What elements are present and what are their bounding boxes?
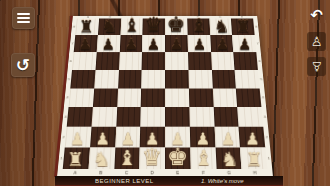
square-h4[interactable] bbox=[236, 88, 261, 107]
play-as-white-button[interactable]: ♙ bbox=[307, 32, 326, 51]
square-g6[interactable] bbox=[211, 52, 235, 70]
white-pawn[interactable]: ♟ bbox=[215, 131, 240, 148]
rank-label: 6 bbox=[256, 52, 262, 70]
square-d7[interactable]: ♟ bbox=[142, 35, 165, 52]
square-g4[interactable] bbox=[212, 88, 237, 107]
black-rook[interactable]: ♜ bbox=[232, 18, 254, 35]
restart-icon: ↺ bbox=[16, 57, 30, 74]
square-d4[interactable] bbox=[141, 88, 165, 107]
white-pawn[interactable]: ♟ bbox=[90, 131, 115, 148]
black-pawn[interactable]: ♟ bbox=[74, 37, 97, 52]
level-label: BEGINNER LEVEL bbox=[95, 178, 154, 184]
white-pawn[interactable]: ♟ bbox=[240, 131, 265, 148]
white-bishop[interactable]: ♝ bbox=[114, 148, 140, 169]
flip-board-button[interactable]: ♙ bbox=[307, 57, 326, 76]
white-pawn[interactable]: ♟ bbox=[190, 131, 215, 148]
square-a2[interactable]: ♟ bbox=[65, 127, 92, 148]
square-h7[interactable]: ♟ bbox=[232, 35, 256, 52]
square-g5[interactable] bbox=[211, 70, 236, 88]
square-h5[interactable] bbox=[235, 70, 260, 88]
square-g3[interactable] bbox=[213, 107, 239, 127]
square-c7[interactable]: ♟ bbox=[119, 35, 142, 52]
square-a8[interactable]: ♜ bbox=[75, 18, 99, 35]
square-g7[interactable]: ♟ bbox=[210, 35, 234, 52]
square-g8[interactable]: ♞ bbox=[209, 18, 232, 35]
restart-button[interactable]: ↺ bbox=[11, 53, 35, 77]
black-pawn[interactable]: ♟ bbox=[97, 37, 120, 52]
black-pawn[interactable]: ♟ bbox=[233, 37, 256, 52]
square-c1[interactable]: ♝ bbox=[114, 148, 140, 169]
status-bar: BEGINNER LEVEL 1. White's move bbox=[55, 176, 283, 186]
square-e5[interactable] bbox=[165, 70, 189, 88]
square-h3[interactable] bbox=[237, 107, 263, 127]
pawn-icon: ♙ bbox=[311, 35, 323, 48]
hamburger-icon bbox=[17, 13, 30, 15]
white-rook[interactable]: ♜ bbox=[63, 150, 89, 169]
square-a1[interactable]: ♜ bbox=[63, 148, 90, 169]
square-b5[interactable] bbox=[94, 70, 119, 88]
white-rook[interactable]: ♜ bbox=[242, 150, 268, 169]
square-f8[interactable]: ♝ bbox=[187, 18, 210, 35]
white-knight[interactable]: ♞ bbox=[88, 149, 114, 169]
rank-label: 5 bbox=[258, 70, 264, 88]
square-f5[interactable] bbox=[188, 70, 212, 88]
square-a7[interactable]: ♟ bbox=[74, 35, 98, 52]
black-king[interactable]: ♚ bbox=[165, 14, 187, 35]
square-c3[interactable] bbox=[116, 107, 141, 127]
square-e4[interactable] bbox=[165, 88, 189, 107]
square-b1[interactable]: ♞ bbox=[88, 148, 115, 169]
square-c6[interactable] bbox=[119, 52, 143, 70]
square-b6[interactable] bbox=[95, 52, 119, 70]
chess-app-screen: ↺ ↶ ♙ ♙ ♜♞♝♛♚♝♞♜♟♟♟♟♟♟♟♟♟♟♟♟♟♟♟♟♜♞♝♛♚♝♞♜… bbox=[0, 0, 330, 186]
square-f6[interactable] bbox=[188, 52, 212, 70]
square-e8[interactable]: ♚ bbox=[165, 18, 187, 35]
square-h1[interactable]: ♜ bbox=[240, 148, 267, 169]
square-d8[interactable]: ♛ bbox=[143, 18, 165, 35]
move-indicator: 1. White's move bbox=[201, 178, 244, 184]
square-e3[interactable] bbox=[165, 107, 190, 127]
square-d3[interactable] bbox=[140, 107, 165, 127]
square-c5[interactable] bbox=[118, 70, 142, 88]
inverted-pawn-icon: ♙ bbox=[311, 60, 323, 73]
black-pawn[interactable]: ♟ bbox=[188, 37, 211, 52]
square-e1[interactable]: ♚ bbox=[165, 148, 191, 169]
black-pawn[interactable]: ♟ bbox=[165, 37, 188, 52]
square-a5[interactable] bbox=[70, 70, 95, 88]
square-g2[interactable]: ♟ bbox=[214, 127, 240, 148]
undo-move-button[interactable]: ↶ bbox=[307, 6, 326, 25]
square-c8[interactable]: ♝ bbox=[120, 18, 143, 35]
black-pawn[interactable]: ♟ bbox=[211, 37, 234, 52]
square-b4[interactable] bbox=[93, 88, 118, 107]
square-b3[interactable] bbox=[91, 107, 117, 127]
black-bishop[interactable]: ♝ bbox=[187, 17, 209, 35]
square-b2[interactable]: ♟ bbox=[90, 127, 116, 148]
square-a4[interactable] bbox=[69, 88, 94, 107]
square-f4[interactable] bbox=[189, 88, 214, 107]
white-queen[interactable]: ♛ bbox=[139, 146, 165, 169]
square-a3[interactable] bbox=[67, 107, 93, 127]
square-e6[interactable] bbox=[165, 52, 188, 70]
white-pawn[interactable]: ♟ bbox=[115, 131, 140, 148]
square-d6[interactable] bbox=[142, 52, 165, 70]
square-f2[interactable]: ♟ bbox=[190, 127, 216, 148]
black-rook[interactable]: ♜ bbox=[75, 18, 97, 35]
square-c2[interactable]: ♟ bbox=[115, 127, 141, 148]
square-f3[interactable] bbox=[189, 107, 214, 127]
square-d5[interactable] bbox=[141, 70, 165, 88]
square-a6[interactable] bbox=[72, 52, 96, 70]
square-b8[interactable]: ♞ bbox=[98, 18, 121, 35]
square-d1[interactable]: ♛ bbox=[139, 148, 165, 169]
square-h8[interactable]: ♜ bbox=[231, 18, 255, 35]
rank-label: 4 bbox=[260, 88, 266, 107]
board-grid: ♜♞♝♛♚♝♞♜♟♟♟♟♟♟♟♟♟♟♟♟♟♟♟♟♜♞♝♛♚♝♞♜ bbox=[63, 18, 268, 169]
square-b7[interactable]: ♟ bbox=[97, 35, 121, 52]
chess-board: ♜♞♝♛♚♝♞♜♟♟♟♟♟♟♟♟♟♟♟♟♟♟♟♟♜♞♝♛♚♝♞♜ ABCDEFG… bbox=[57, 16, 273, 177]
white-bishop[interactable]: ♝ bbox=[191, 148, 217, 169]
black-knight[interactable]: ♞ bbox=[98, 18, 120, 35]
square-c4[interactable] bbox=[117, 88, 142, 107]
black-knight[interactable]: ♞ bbox=[210, 18, 232, 35]
black-pawn[interactable]: ♟ bbox=[119, 37, 142, 52]
menu-button[interactable] bbox=[12, 7, 35, 29]
square-f1[interactable]: ♝ bbox=[190, 148, 216, 169]
black-queen[interactable]: ♛ bbox=[143, 15, 165, 35]
undo-arrow-icon: ↶ bbox=[310, 8, 323, 23]
white-pawn[interactable]: ♟ bbox=[65, 131, 90, 148]
square-h2[interactable]: ♟ bbox=[239, 127, 266, 148]
white-knight[interactable]: ♞ bbox=[216, 149, 242, 169]
black-bishop[interactable]: ♝ bbox=[120, 17, 142, 35]
square-e7[interactable]: ♟ bbox=[165, 35, 188, 52]
black-pawn[interactable]: ♟ bbox=[142, 37, 165, 52]
white-king[interactable]: ♚ bbox=[165, 145, 191, 169]
square-f7[interactable]: ♟ bbox=[187, 35, 210, 52]
square-g1[interactable]: ♞ bbox=[215, 148, 242, 169]
square-h6[interactable] bbox=[233, 52, 257, 70]
